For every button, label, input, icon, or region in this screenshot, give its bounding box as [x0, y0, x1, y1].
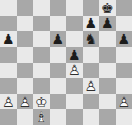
- square-f1[interactable]: [83, 109, 100, 125]
- square-e1[interactable]: [66, 109, 83, 125]
- white-pawn-piece: ♟♙: [68, 63, 81, 77]
- square-g6[interactable]: [99, 31, 116, 47]
- chessboard: ♚♟♟♟♟♞♟♟♟♙♟♙♟♙♟♙♚♔♟♙♝♗: [0, 0, 132, 125]
- square-e8[interactable]: [66, 0, 83, 16]
- white-piece-outline-layer: ♙: [18, 94, 31, 110]
- square-a3[interactable]: [0, 78, 17, 94]
- square-a1[interactable]: [0, 109, 17, 125]
- square-h2[interactable]: ♟♙: [116, 94, 133, 110]
- square-f6[interactable]: ♞: [83, 31, 100, 47]
- square-f3[interactable]: ♟♙: [83, 78, 100, 94]
- square-e7[interactable]: [66, 16, 83, 32]
- square-c5[interactable]: [33, 47, 50, 63]
- square-a6[interactable]: ♟: [0, 31, 17, 47]
- white-piece-outline-layer: ♗: [35, 109, 48, 125]
- white-piece-outline-layer: ♔: [35, 94, 48, 110]
- square-b6[interactable]: [17, 31, 34, 47]
- square-e5[interactable]: ♟: [66, 47, 83, 63]
- square-f2[interactable]: [83, 94, 100, 110]
- square-d4[interactable]: [50, 63, 67, 79]
- white-pawn-piece: ♟♙: [2, 95, 15, 109]
- square-h4[interactable]: [116, 63, 133, 79]
- square-f5[interactable]: [83, 47, 100, 63]
- square-b8[interactable]: [17, 0, 34, 16]
- square-h7[interactable]: [116, 16, 133, 32]
- square-h6[interactable]: ♟: [116, 31, 133, 47]
- white-pawn-piece: ♟♙: [117, 95, 130, 109]
- black-pawn-piece: ♟: [84, 16, 97, 30]
- square-b2[interactable]: ♟♙: [17, 94, 34, 110]
- white-pawn-piece: ♟♙: [84, 79, 97, 93]
- square-e6[interactable]: [66, 31, 83, 47]
- square-c7[interactable]: [33, 16, 50, 32]
- square-c6[interactable]: [33, 31, 50, 47]
- square-b5[interactable]: [17, 47, 34, 63]
- square-h3[interactable]: [116, 78, 133, 94]
- white-piece-outline-layer: ♙: [84, 78, 97, 94]
- chess-diagram: ♚♟♟♟♟♞♟♟♟♙♟♙♟♙♟♙♚♔♟♙♝♗: [0, 0, 132, 125]
- white-king-piece: ♚♔: [35, 95, 48, 109]
- square-d2[interactable]: [50, 94, 67, 110]
- square-b7[interactable]: [17, 16, 34, 32]
- black-pawn-piece: ♟: [101, 16, 114, 30]
- square-d5[interactable]: [50, 47, 67, 63]
- square-h1[interactable]: [116, 109, 133, 125]
- square-c4[interactable]: [33, 63, 50, 79]
- square-g1[interactable]: [99, 109, 116, 125]
- square-d1[interactable]: [50, 109, 67, 125]
- square-c8[interactable]: [33, 0, 50, 16]
- square-g7[interactable]: ♟: [99, 16, 116, 32]
- square-b3[interactable]: [17, 78, 34, 94]
- black-king-piece: ♚: [101, 1, 114, 15]
- square-a8[interactable]: [0, 0, 17, 16]
- white-piece-outline-layer: ♙: [2, 94, 15, 110]
- square-c2[interactable]: ♚♔: [33, 94, 50, 110]
- square-g2[interactable]: [99, 94, 116, 110]
- square-f8[interactable]: [83, 0, 100, 16]
- square-e2[interactable]: [66, 94, 83, 110]
- square-d7[interactable]: [50, 16, 67, 32]
- square-d8[interactable]: [50, 0, 67, 16]
- white-piece-outline-layer: ♙: [117, 94, 130, 110]
- black-pawn-piece: ♟: [68, 48, 81, 62]
- square-a7[interactable]: [0, 16, 17, 32]
- square-h5[interactable]: [116, 47, 133, 63]
- square-d3[interactable]: [50, 78, 67, 94]
- black-pawn-piece: ♟: [51, 32, 64, 46]
- white-bishop-piece: ♝♗: [35, 110, 48, 124]
- square-c3[interactable]: [33, 78, 50, 94]
- square-a5[interactable]: [0, 47, 17, 63]
- white-piece-outline-layer: ♙: [68, 63, 81, 79]
- square-g4[interactable]: [99, 63, 116, 79]
- square-f4[interactable]: [83, 63, 100, 79]
- square-g5[interactable]: [99, 47, 116, 63]
- square-a4[interactable]: [0, 63, 17, 79]
- square-d6[interactable]: ♟: [50, 31, 67, 47]
- square-a2[interactable]: ♟♙: [0, 94, 17, 110]
- square-b1[interactable]: [17, 109, 34, 125]
- square-e3[interactable]: [66, 78, 83, 94]
- white-pawn-piece: ♟♙: [18, 95, 31, 109]
- square-h8[interactable]: [116, 0, 133, 16]
- square-f7[interactable]: ♟: [83, 16, 100, 32]
- black-knight-piece: ♞: [84, 32, 97, 46]
- square-e4[interactable]: ♟♙: [66, 63, 83, 79]
- square-b4[interactable]: [17, 63, 34, 79]
- square-g8[interactable]: ♚: [99, 0, 116, 16]
- black-pawn-piece: ♟: [2, 32, 15, 46]
- square-g3[interactable]: [99, 78, 116, 94]
- black-pawn-piece: ♟: [117, 32, 130, 46]
- square-c1[interactable]: ♝♗: [33, 109, 50, 125]
